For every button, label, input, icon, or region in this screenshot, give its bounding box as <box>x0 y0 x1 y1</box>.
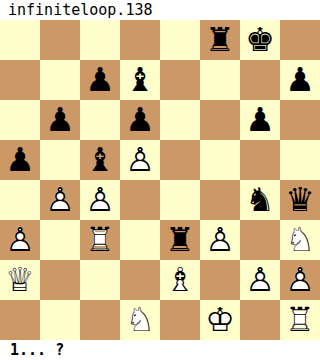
square-a7[interactable] <box>0 60 40 100</box>
puzzle-title: infiniteloop.138 <box>0 0 320 20</box>
black-pawn-d6[interactable]: ♟ <box>120 100 160 140</box>
piece-outline: ♙ <box>40 180 80 220</box>
black-rook-e3[interactable]: ♜ <box>160 220 200 260</box>
square-h5[interactable] <box>280 140 320 180</box>
square-g4[interactable]: ♞ <box>240 180 280 220</box>
piece-outline: ♙ <box>240 260 280 300</box>
square-b8[interactable] <box>40 20 80 60</box>
square-c5[interactable]: ♝ <box>80 140 120 180</box>
square-g3[interactable] <box>240 220 280 260</box>
piece-outline: ♖ <box>280 300 320 340</box>
square-a3[interactable]: ♟♙ <box>0 220 40 260</box>
square-a6[interactable] <box>0 100 40 140</box>
square-c2[interactable] <box>80 260 120 300</box>
chess-board: ♜♚♟♝♟♟♟♟♟♝♟♙♟♙♟♙♞♛♟♙♜♖♜♟♙♞♘♛♕♝♗♟♙♟♙♞♘♚♔♜… <box>0 20 320 340</box>
piece-outline: ♙ <box>0 220 40 260</box>
square-f6[interactable] <box>200 100 240 140</box>
square-f2[interactable] <box>200 260 240 300</box>
square-g7[interactable] <box>240 60 280 100</box>
square-c1[interactable] <box>80 300 120 340</box>
white-knight-h3[interactable]: ♞♘ <box>280 220 320 260</box>
black-king-g8[interactable]: ♚ <box>240 20 280 60</box>
square-h2[interactable]: ♟♙ <box>280 260 320 300</box>
square-b3[interactable] <box>40 220 80 260</box>
square-d6[interactable]: ♟ <box>120 100 160 140</box>
square-b6[interactable]: ♟ <box>40 100 80 140</box>
square-e7[interactable] <box>160 60 200 100</box>
square-b1[interactable] <box>40 300 80 340</box>
square-c6[interactable] <box>80 100 120 140</box>
black-knight-g4[interactable]: ♞ <box>240 180 280 220</box>
white-knight-d1[interactable]: ♞♘ <box>120 300 160 340</box>
square-e6[interactable] <box>160 100 200 140</box>
square-b5[interactable] <box>40 140 80 180</box>
piece-outline: ♕ <box>0 260 40 300</box>
square-d1[interactable]: ♞♘ <box>120 300 160 340</box>
white-pawn-g2[interactable]: ♟♙ <box>240 260 280 300</box>
square-f8[interactable]: ♜ <box>200 20 240 60</box>
square-a2[interactable]: ♛♕ <box>0 260 40 300</box>
square-e2[interactable]: ♝♗ <box>160 260 200 300</box>
white-rook-h1[interactable]: ♜♖ <box>280 300 320 340</box>
square-h8[interactable] <box>280 20 320 60</box>
square-c8[interactable] <box>80 20 120 60</box>
square-e5[interactable] <box>160 140 200 180</box>
square-h3[interactable]: ♞♘ <box>280 220 320 260</box>
move-prompt: 1... ? <box>0 340 320 360</box>
piece-outline: ♘ <box>120 300 160 340</box>
square-e1[interactable] <box>160 300 200 340</box>
white-pawn-h2[interactable]: ♟♙ <box>280 260 320 300</box>
square-f4[interactable] <box>200 180 240 220</box>
square-f7[interactable] <box>200 60 240 100</box>
white-pawn-d5[interactable]: ♟♙ <box>120 140 160 180</box>
square-f1[interactable]: ♚♔ <box>200 300 240 340</box>
square-a1[interactable] <box>0 300 40 340</box>
square-d5[interactable]: ♟♙ <box>120 140 160 180</box>
square-a5[interactable]: ♟ <box>0 140 40 180</box>
white-rook-c3[interactable]: ♜♖ <box>80 220 120 260</box>
square-d3[interactable] <box>120 220 160 260</box>
piece-outline: ♘ <box>280 220 320 260</box>
square-g5[interactable] <box>240 140 280 180</box>
square-b2[interactable] <box>40 260 80 300</box>
square-a4[interactable] <box>0 180 40 220</box>
black-queen-h4[interactable]: ♛ <box>280 180 320 220</box>
square-g2[interactable]: ♟♙ <box>240 260 280 300</box>
black-pawn-b6[interactable]: ♟ <box>40 100 80 140</box>
square-e3[interactable]: ♜ <box>160 220 200 260</box>
white-queen-a2[interactable]: ♛♕ <box>0 260 40 300</box>
square-d4[interactable] <box>120 180 160 220</box>
square-g8[interactable]: ♚ <box>240 20 280 60</box>
square-c7[interactable]: ♟ <box>80 60 120 100</box>
square-d7[interactable]: ♝ <box>120 60 160 100</box>
piece-outline: ♗ <box>160 260 200 300</box>
square-e8[interactable] <box>160 20 200 60</box>
piece-outline: ♙ <box>200 220 240 260</box>
black-pawn-g6[interactable]: ♟ <box>240 100 280 140</box>
square-g1[interactable] <box>240 300 280 340</box>
piece-outline: ♔ <box>200 300 240 340</box>
square-g6[interactable]: ♟ <box>240 100 280 140</box>
piece-outline: ♙ <box>120 140 160 180</box>
square-h6[interactable] <box>280 100 320 140</box>
square-h4[interactable]: ♛ <box>280 180 320 220</box>
black-rook-f8[interactable]: ♜ <box>200 20 240 60</box>
black-pawn-h7[interactable]: ♟ <box>280 60 320 100</box>
square-f5[interactable] <box>200 140 240 180</box>
square-b4[interactable]: ♟♙ <box>40 180 80 220</box>
square-d8[interactable] <box>120 20 160 60</box>
square-e4[interactable] <box>160 180 200 220</box>
white-pawn-c4[interactable]: ♟♙ <box>80 180 120 220</box>
square-h1[interactable]: ♜♖ <box>280 300 320 340</box>
white-bishop-e2[interactable]: ♝♗ <box>160 260 200 300</box>
white-king-f1[interactable]: ♚♔ <box>200 300 240 340</box>
square-h7[interactable]: ♟ <box>280 60 320 100</box>
black-pawn-a5[interactable]: ♟ <box>0 140 40 180</box>
square-a8[interactable] <box>0 20 40 60</box>
square-c3[interactable]: ♜♖ <box>80 220 120 260</box>
piece-outline: ♙ <box>280 260 320 300</box>
white-pawn-a3[interactable]: ♟♙ <box>0 220 40 260</box>
white-pawn-f3[interactable]: ♟♙ <box>200 220 240 260</box>
black-pawn-c7[interactable]: ♟ <box>80 60 120 100</box>
piece-outline: ♖ <box>80 220 120 260</box>
square-f3[interactable]: ♟♙ <box>200 220 240 260</box>
square-c4[interactable]: ♟♙ <box>80 180 120 220</box>
black-bishop-d7[interactable]: ♝ <box>120 60 160 100</box>
square-b7[interactable] <box>40 60 80 100</box>
white-pawn-b4[interactable]: ♟♙ <box>40 180 80 220</box>
piece-outline: ♙ <box>80 180 120 220</box>
black-bishop-c5[interactable]: ♝ <box>80 140 120 180</box>
square-d2[interactable] <box>120 260 160 300</box>
